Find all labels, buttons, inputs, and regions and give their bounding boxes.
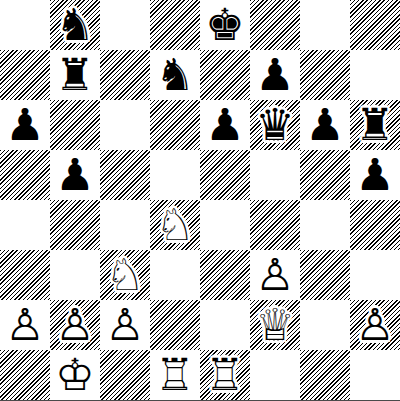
black-pawn-icon: ♟	[350, 150, 400, 200]
square-h7[interactable]	[350, 50, 400, 100]
square-d4[interactable]: ♞♘	[150, 200, 200, 250]
piece-black-pawn-e6[interactable]: ♟♟	[200, 100, 250, 150]
piece-white-queen-f2[interactable]: ♛♕	[250, 300, 300, 350]
square-h1[interactable]	[350, 350, 400, 400]
white-pawn-icon: ♙	[250, 250, 300, 300]
white-knight-icon: ♘	[150, 200, 200, 250]
square-a3[interactable]	[0, 250, 50, 300]
square-c7[interactable]	[100, 50, 150, 100]
square-a1[interactable]	[0, 350, 50, 400]
square-h4[interactable]	[350, 200, 400, 250]
square-d5[interactable]	[150, 150, 200, 200]
square-f5[interactable]	[250, 150, 300, 200]
square-c1[interactable]	[100, 350, 150, 400]
white-pawn-icon: ♙	[350, 300, 400, 350]
white-queen-icon: ♕	[250, 300, 300, 350]
black-queen-icon: ♛	[250, 100, 300, 150]
piece-black-king-e8[interactable]: ♚♚	[200, 0, 250, 50]
chess-board: ♞♞♚♚♜♜♞♞♟♟♟♟♟♟♛♛♟♟♜♜♟♟♟♟♞♘♞♘♟♙♟♙♟♙♟♙♛♕♟♙…	[0, 0, 400, 401]
piece-white-knight-d4[interactable]: ♞♘	[150, 200, 200, 250]
white-knight-icon: ♘	[100, 250, 150, 300]
square-h2[interactable]: ♟♙	[350, 300, 400, 350]
square-c3[interactable]: ♞♘	[100, 250, 150, 300]
square-a6[interactable]: ♟♟	[0, 100, 50, 150]
square-g4[interactable]	[300, 200, 350, 250]
square-g7[interactable]	[300, 50, 350, 100]
square-f7[interactable]: ♟♟	[250, 50, 300, 100]
square-e2[interactable]	[200, 300, 250, 350]
square-g2[interactable]	[300, 300, 350, 350]
white-pawn-icon: ♙	[50, 300, 100, 350]
piece-white-pawn-f3[interactable]: ♟♙	[250, 250, 300, 300]
square-c5[interactable]	[100, 150, 150, 200]
square-a4[interactable]	[0, 200, 50, 250]
black-pawn-icon: ♟	[300, 100, 350, 150]
square-e6[interactable]: ♟♟	[200, 100, 250, 150]
square-a8[interactable]	[0, 0, 50, 50]
piece-black-pawn-h5[interactable]: ♟♟	[350, 150, 400, 200]
black-pawn-icon: ♟	[250, 50, 300, 100]
piece-white-knight-c3[interactable]: ♞♘	[100, 250, 150, 300]
square-d2[interactable]	[150, 300, 200, 350]
piece-white-pawn-h2[interactable]: ♟♙	[350, 300, 400, 350]
square-g1[interactable]	[300, 350, 350, 400]
black-knight-icon: ♞	[150, 50, 200, 100]
square-g8[interactable]	[300, 0, 350, 50]
square-c6[interactable]	[100, 100, 150, 150]
square-c8[interactable]	[100, 0, 150, 50]
black-pawn-icon: ♟	[200, 100, 250, 150]
piece-black-pawn-g6[interactable]: ♟♟	[300, 100, 350, 150]
square-f3[interactable]: ♟♙	[250, 250, 300, 300]
black-rook-icon: ♜	[350, 100, 400, 150]
square-e5[interactable]	[200, 150, 250, 200]
square-d1[interactable]: ♜♖	[150, 350, 200, 400]
black-rook-icon: ♜	[50, 50, 100, 100]
square-a5[interactable]	[0, 150, 50, 200]
square-c4[interactable]	[100, 200, 150, 250]
square-d6[interactable]	[150, 100, 200, 150]
square-b5[interactable]: ♟♟	[50, 150, 100, 200]
square-a2[interactable]: ♟♙	[0, 300, 50, 350]
square-b4[interactable]	[50, 200, 100, 250]
white-rook-icon: ♖	[200, 350, 250, 400]
square-e8[interactable]: ♚♚	[200, 0, 250, 50]
white-rook-icon: ♖	[150, 350, 200, 400]
black-pawn-icon: ♟	[0, 100, 50, 150]
piece-black-queen-f6[interactable]: ♛♛	[250, 100, 300, 150]
black-king-icon: ♚	[200, 0, 250, 50]
square-g6[interactable]: ♟♟	[300, 100, 350, 150]
piece-black-rook-h6[interactable]: ♜♜	[350, 100, 400, 150]
piece-white-rook-e1[interactable]: ♜♖	[200, 350, 250, 400]
piece-white-rook-d1[interactable]: ♜♖	[150, 350, 200, 400]
white-pawn-icon: ♙	[0, 300, 50, 350]
square-h6[interactable]: ♜♜	[350, 100, 400, 150]
square-b7[interactable]: ♜♜	[50, 50, 100, 100]
square-b2[interactable]: ♟♙	[50, 300, 100, 350]
square-f6[interactable]: ♛♛	[250, 100, 300, 150]
square-d3[interactable]	[150, 250, 200, 300]
square-d8[interactable]	[150, 0, 200, 50]
square-h5[interactable]: ♟♟	[350, 150, 400, 200]
piece-black-knight-d7[interactable]: ♞♞	[150, 50, 200, 100]
white-pawn-icon: ♙	[100, 300, 150, 350]
piece-black-knight-b8[interactable]: ♞♞	[50, 0, 100, 50]
piece-black-pawn-f7[interactable]: ♟♟	[250, 50, 300, 100]
square-e4[interactable]	[200, 200, 250, 250]
piece-black-pawn-b5[interactable]: ♟♟	[50, 150, 100, 200]
black-knight-icon: ♞	[50, 0, 100, 50]
square-f2[interactable]: ♛♕	[250, 300, 300, 350]
square-g3[interactable]	[300, 250, 350, 300]
piece-white-pawn-b2[interactable]: ♟♙	[50, 300, 100, 350]
chess-diagram: ♞♞♚♚♜♜♞♞♟♟♟♟♟♟♛♛♟♟♜♜♟♟♟♟♞♘♞♘♟♙♟♙♟♙♟♙♛♕♟♙…	[0, 0, 400, 401]
square-d7[interactable]: ♞♞	[150, 50, 200, 100]
square-h8[interactable]	[350, 0, 400, 50]
square-c2[interactable]: ♟♙	[100, 300, 150, 350]
square-a7[interactable]	[0, 50, 50, 100]
piece-black-rook-b7[interactable]: ♜♜	[50, 50, 100, 100]
square-g5[interactable]	[300, 150, 350, 200]
square-e3[interactable]	[200, 250, 250, 300]
black-pawn-icon: ♟	[50, 150, 100, 200]
square-b3[interactable]	[50, 250, 100, 300]
square-f8[interactable]	[250, 0, 300, 50]
square-h3[interactable]	[350, 250, 400, 300]
square-f1[interactable]	[250, 350, 300, 400]
piece-white-king-b1[interactable]: ♚♔	[50, 350, 100, 400]
white-king-icon: ♔	[50, 350, 100, 400]
square-f4[interactable]	[250, 200, 300, 250]
square-e1[interactable]: ♜♖	[200, 350, 250, 400]
square-b1[interactable]: ♚♔	[50, 350, 100, 400]
square-b6[interactable]	[50, 100, 100, 150]
piece-white-pawn-c2[interactable]: ♟♙	[100, 300, 150, 350]
square-b8[interactable]: ♞♞	[50, 0, 100, 50]
piece-black-pawn-a6[interactable]: ♟♟	[0, 100, 50, 150]
piece-white-pawn-a2[interactable]: ♟♙	[0, 300, 50, 350]
square-e7[interactable]	[200, 50, 250, 100]
